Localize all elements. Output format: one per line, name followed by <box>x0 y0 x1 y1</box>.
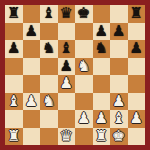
square-c7[interactable] <box>40 23 58 41</box>
square-e8[interactable]: ♚ <box>75 5 93 23</box>
square-e4[interactable] <box>75 75 93 93</box>
square-h7[interactable] <box>128 23 146 41</box>
square-e2[interactable]: ♟ <box>75 110 93 128</box>
square-h8[interactable]: ♜ <box>128 5 146 23</box>
black-pawn-piece: ♟ <box>95 23 108 41</box>
black-knight-piece: ♞ <box>95 40 108 58</box>
square-e1[interactable] <box>75 128 93 146</box>
square-b1[interactable] <box>23 128 41 146</box>
square-f4[interactable] <box>93 75 111 93</box>
white-rook-piece: ♜ <box>95 128 108 146</box>
black-king-piece: ♚ <box>77 5 90 23</box>
square-e6[interactable] <box>75 40 93 58</box>
square-h5[interactable] <box>128 58 146 76</box>
square-d2[interactable] <box>58 110 76 128</box>
white-knight-piece: ♞ <box>42 93 55 111</box>
square-f5[interactable] <box>93 58 111 76</box>
white-knight-piece: ♞ <box>77 58 90 76</box>
white-pawn-piece: ♟ <box>130 110 143 128</box>
square-d3[interactable] <box>58 93 76 111</box>
square-a4[interactable] <box>5 75 23 93</box>
square-b3[interactable]: ♟ <box>23 93 41 111</box>
square-c3[interactable]: ♞ <box>40 93 58 111</box>
square-h6[interactable]: ♟ <box>128 40 146 58</box>
square-b8[interactable] <box>23 5 41 23</box>
black-pawn-piece: ♟ <box>60 58 73 76</box>
square-g1[interactable]: ♚ <box>110 128 128 146</box>
square-g6[interactable] <box>110 40 128 58</box>
square-a2[interactable] <box>5 110 23 128</box>
square-f2[interactable]: ♟ <box>93 110 111 128</box>
square-d1[interactable]: ♛ <box>58 128 76 146</box>
square-d4[interactable]: ♟ <box>58 75 76 93</box>
square-h4[interactable] <box>128 75 146 93</box>
square-a8[interactable]: ♜ <box>5 5 23 23</box>
square-c4[interactable] <box>40 75 58 93</box>
square-h2[interactable]: ♟ <box>128 110 146 128</box>
square-g4[interactable] <box>110 75 128 93</box>
square-f8[interactable] <box>93 5 111 23</box>
white-pawn-piece: ♟ <box>60 75 73 93</box>
white-bishop-piece: ♝ <box>7 93 20 111</box>
square-g3[interactable]: ♟ <box>110 93 128 111</box>
square-f3[interactable] <box>93 93 111 111</box>
board-frame: ♜♝♛♚♜♟♟♟♟♞♝♞♟♟♞♟♝♟♞♟♟♟♝♟♜♛♜♚ <box>0 0 150 150</box>
square-d8[interactable]: ♛ <box>58 5 76 23</box>
white-pawn-piece: ♟ <box>25 93 38 111</box>
white-king-piece: ♚ <box>112 128 125 146</box>
square-g5[interactable] <box>110 58 128 76</box>
black-rook-piece: ♜ <box>130 5 143 23</box>
white-pawn-piece: ♟ <box>77 110 90 128</box>
black-pawn-piece: ♟ <box>130 40 143 58</box>
square-c6[interactable]: ♞ <box>40 40 58 58</box>
white-bishop-piece: ♝ <box>112 110 125 128</box>
square-f6[interactable]: ♞ <box>93 40 111 58</box>
square-b6[interactable] <box>23 40 41 58</box>
square-h3[interactable] <box>128 93 146 111</box>
square-e7[interactable] <box>75 23 93 41</box>
square-b7[interactable]: ♟ <box>23 23 41 41</box>
square-f7[interactable]: ♟ <box>93 23 111 41</box>
square-b5[interactable] <box>23 58 41 76</box>
square-e3[interactable] <box>75 93 93 111</box>
black-knight-piece: ♞ <box>42 40 55 58</box>
square-a3[interactable]: ♝ <box>5 93 23 111</box>
square-b2[interactable] <box>23 110 41 128</box>
black-bishop-piece: ♝ <box>60 40 73 58</box>
white-rook-piece: ♜ <box>7 128 20 146</box>
square-f1[interactable]: ♜ <box>93 128 111 146</box>
square-g2[interactable]: ♝ <box>110 110 128 128</box>
black-pawn-piece: ♟ <box>25 23 38 41</box>
square-d7[interactable] <box>58 23 76 41</box>
square-a6[interactable]: ♟ <box>5 40 23 58</box>
white-pawn-piece: ♟ <box>95 110 108 128</box>
square-a1[interactable]: ♜ <box>5 128 23 146</box>
black-pawn-piece: ♟ <box>7 40 20 58</box>
square-h1[interactable] <box>128 128 146 146</box>
white-pawn-piece: ♟ <box>112 93 125 111</box>
square-c1[interactable] <box>40 128 58 146</box>
square-c5[interactable] <box>40 58 58 76</box>
black-rook-piece: ♜ <box>7 5 20 23</box>
square-c2[interactable] <box>40 110 58 128</box>
square-g8[interactable] <box>110 5 128 23</box>
chess-board: ♜♝♛♚♜♟♟♟♟♞♝♞♟♟♞♟♝♟♞♟♟♟♝♟♜♛♜♚ <box>5 5 145 145</box>
square-e5[interactable]: ♞ <box>75 58 93 76</box>
square-b4[interactable] <box>23 75 41 93</box>
black-pawn-piece: ♟ <box>112 23 125 41</box>
square-d6[interactable]: ♝ <box>58 40 76 58</box>
square-d5[interactable]: ♟ <box>58 58 76 76</box>
white-queen-piece: ♛ <box>60 128 73 146</box>
square-c8[interactable]: ♝ <box>40 5 58 23</box>
black-bishop-piece: ♝ <box>42 5 55 23</box>
square-g7[interactable]: ♟ <box>110 23 128 41</box>
square-a7[interactable] <box>5 23 23 41</box>
square-a5[interactable] <box>5 58 23 76</box>
black-queen-piece: ♛ <box>60 5 73 23</box>
